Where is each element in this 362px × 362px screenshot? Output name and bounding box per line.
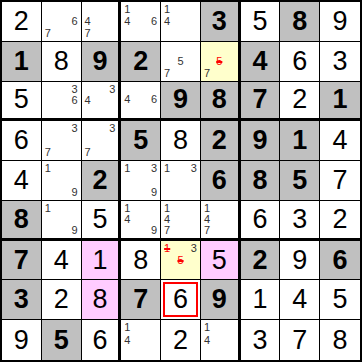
cell-r1c8[interactable]: 8: [280, 2, 320, 42]
pencil-marks: 14: [201, 320, 238, 360]
given-digit: 4: [253, 48, 268, 75]
cell-r5c7[interactable]: 8: [241, 161, 281, 201]
given-digit: 8: [14, 206, 29, 233]
cell-r2c5[interactable]: 57: [161, 42, 201, 82]
pencil-marks: 19: [42, 161, 81, 200]
cell-r9c3[interactable]: 6: [82, 320, 122, 360]
cell-r3c6[interactable]: 8: [201, 82, 241, 122]
pencil-marks: 13: [161, 161, 200, 200]
cell-r9c2[interactable]: 5: [42, 320, 82, 360]
given-digit: 1: [333, 86, 348, 113]
solved-digit: 4: [292, 286, 307, 313]
solved-digit: 2: [333, 206, 348, 233]
cell-r1c3[interactable]: 47: [82, 2, 122, 42]
solved-digit: 2: [292, 86, 307, 113]
pencil-mark: 3: [71, 123, 77, 134]
cell-r4c1[interactable]: 6: [2, 121, 42, 161]
solved-digit: 3: [253, 327, 268, 354]
given-digit: 9: [212, 286, 227, 313]
cell-r7c1[interactable]: 7: [2, 241, 42, 281]
cell-r9c5[interactable]: 2: [161, 320, 201, 360]
given-digit: 2: [253, 247, 268, 274]
cell-r8c8[interactable]: 4: [280, 280, 320, 320]
cell-r7c6[interactable]: 5: [201, 241, 241, 281]
pencil-marks: 139: [121, 161, 160, 200]
solved-digit: 2: [14, 8, 29, 35]
cell-r7c3[interactable]: 1: [82, 241, 122, 281]
pencil-mark: 4: [164, 16, 170, 27]
given-digit: 9: [173, 86, 188, 113]
solved-digit: 4: [54, 247, 69, 274]
pencil-mark: 4: [85, 95, 91, 106]
cell-r3c4[interactable]: 46: [121, 82, 161, 122]
given-digit: 3: [14, 286, 29, 313]
cell-r8c3[interactable]: 8: [82, 280, 122, 320]
pencil-mark: 3: [151, 163, 157, 174]
cell-r6c5[interactable]: 147: [161, 201, 201, 241]
pencil-marks: 19: [42, 201, 81, 238]
pencil-marks: 37: [82, 121, 119, 160]
cell-r7c5[interactable]: 135: [161, 241, 201, 281]
pencil-mark: 6: [71, 95, 77, 106]
cell-r9c1[interactable]: 9: [2, 320, 42, 360]
given-digit: 9: [253, 127, 268, 154]
solved-digit: 5: [333, 286, 348, 313]
given-digit: 7: [133, 286, 148, 313]
cell-r4c8[interactable]: 1: [280, 121, 320, 161]
given-digit: 7: [253, 86, 268, 113]
cell-r8c2[interactable]: 2: [42, 280, 82, 320]
pencil-mark: 4: [85, 16, 91, 27]
cell-r1c2[interactable]: 67: [42, 2, 82, 42]
pencil-marks: 47: [82, 2, 119, 41]
given-digit: 5: [133, 127, 148, 154]
sudoku-board: 2674714614358918925757463536344698721637…: [0, 0, 362, 362]
solved-digit: 4: [14, 167, 29, 194]
pencil-mark: 4: [124, 94, 130, 105]
pencil-mark: 7: [204, 225, 210, 236]
solved-digit: 6: [292, 48, 307, 75]
cell-r7c8[interactable]: 9: [280, 241, 320, 281]
cell-r9c9[interactable]: 8: [320, 320, 360, 360]
cell-r3c8[interactable]: 2: [280, 82, 320, 122]
pencil-mark: 7: [204, 68, 210, 79]
solved-digit: 8: [133, 247, 148, 274]
cell-r8c7[interactable]: 1: [241, 280, 281, 320]
cell-r8c6[interactable]: 9: [201, 280, 241, 320]
pencil-mark: 9: [71, 225, 77, 236]
solved-digit: 4: [333, 127, 348, 154]
pencil-marks: 46: [121, 82, 160, 119]
solved-digit: 2: [173, 327, 188, 354]
pencil-marks: 14: [121, 320, 160, 360]
cell-r9c8[interactable]: 7: [280, 320, 320, 360]
solved-digit: 6: [253, 206, 268, 233]
given-digit: 2: [92, 167, 107, 194]
pencil-mark: 6: [71, 16, 77, 27]
cell-r9c4[interactable]: 14: [121, 320, 161, 360]
cell-r1c4[interactable]: 146: [121, 2, 161, 42]
solved-digit: 6: [92, 327, 107, 354]
pencil-marks: 67: [42, 2, 81, 41]
pencil-mark: 6: [151, 16, 157, 27]
cell-r6c4[interactable]: 149: [121, 201, 161, 241]
pencil-marks: 149: [121, 201, 160, 238]
given-digit: 2: [212, 127, 227, 154]
cell-r3c9[interactable]: 1: [320, 82, 360, 122]
pencil-mark: 3: [191, 163, 197, 174]
cell-r4c7[interactable]: 9: [241, 121, 281, 161]
cell-r7c4[interactable]: 8: [121, 241, 161, 281]
given-digit: 3: [212, 8, 227, 35]
given-digit: 5: [292, 167, 307, 194]
solved-digit: 5: [92, 206, 107, 233]
cell-r2c4[interactable]: 2: [121, 42, 161, 82]
pencil-marks: 147: [161, 201, 200, 238]
cell-r9c7[interactable]: 3: [241, 320, 281, 360]
cell-r2c9[interactable]: 3: [320, 42, 360, 82]
cell-r6c2[interactable]: 19: [42, 201, 82, 241]
cell-r6c3[interactable]: 5: [82, 201, 122, 241]
pencil-mark: 4: [124, 335, 130, 346]
given-digit: 2: [133, 48, 148, 75]
pencil-mark: 7: [85, 147, 91, 158]
given-digit: 9: [92, 48, 107, 75]
pencil-mark: 7: [85, 28, 91, 39]
given-digit: 5: [54, 327, 69, 354]
solved-digit: 7: [333, 167, 348, 194]
cell-r7c9[interactable]: 6: [320, 241, 360, 281]
given-digit: 6: [333, 247, 348, 274]
cell-r5c1[interactable]: 4: [2, 161, 42, 201]
cell-r5c5[interactable]: 13: [161, 161, 201, 201]
cell-r6c9[interactable]: 2: [320, 201, 360, 241]
cell-r3c1[interactable]: 5: [2, 82, 42, 122]
cell-r2c2[interactable]: 8: [42, 42, 82, 82]
solved-digit: 5: [212, 247, 227, 274]
cell-r3c2[interactable]: 36: [42, 82, 82, 122]
cell-r3c3[interactable]: 34: [82, 82, 122, 122]
cell-r2c8[interactable]: 6: [280, 42, 320, 82]
cell-r5c6[interactable]: 6: [201, 161, 241, 201]
solved-digit: 1: [92, 247, 107, 274]
given-digit: 1: [292, 127, 307, 154]
pencil-mark: 7: [164, 68, 170, 79]
pencil-marks: 37: [42, 121, 81, 160]
pencil-mark: 1: [164, 4, 170, 15]
cell-r7c2[interactable]: 4: [42, 241, 82, 281]
given-digit: 1: [14, 48, 29, 75]
solved-digit: 9: [14, 327, 29, 354]
cell-r8c4[interactable]: 7: [121, 280, 161, 320]
cell-r5c9[interactable]: 7: [320, 161, 360, 201]
pencil-mark: 7: [45, 147, 51, 158]
solved-digit: 8: [333, 327, 348, 354]
given-digit: 8: [253, 167, 268, 194]
solved-digit: 8: [173, 127, 188, 154]
cell-r5c4[interactable]: 139: [121, 161, 161, 201]
cell-r3c7[interactable]: 7: [241, 82, 281, 122]
solved-digit: 3: [292, 206, 307, 233]
cell-r5c2[interactable]: 19: [42, 161, 82, 201]
cell-r1c1[interactable]: 2: [2, 2, 42, 42]
pencil-mark: 5: [177, 56, 183, 67]
cell-r4c6[interactable]: 2: [201, 121, 241, 161]
pencil-marks: 147: [201, 201, 238, 238]
cell-r7c7[interactable]: 2: [241, 241, 281, 281]
pencil-mark: 4: [204, 335, 210, 346]
pencil-mark: 3: [71, 84, 77, 95]
given-digit: 8: [212, 86, 227, 113]
given-digit: 8: [292, 8, 307, 35]
cell-r8c5[interactable]: 6: [161, 280, 201, 320]
pencil-mark-struck: 1: [164, 243, 170, 254]
pencil-mark: 1: [124, 4, 130, 15]
pencil-marks: 34: [82, 82, 119, 119]
given-digit: 7: [14, 247, 29, 274]
pencil-mark: 1: [204, 322, 210, 333]
pencil-mark: 1: [45, 163, 51, 174]
solved-digit: 7: [292, 327, 307, 354]
pencil-mark: 3: [191, 243, 197, 254]
cell-r3c5[interactable]: 9: [161, 82, 201, 122]
pencil-marks: 57: [201, 42, 238, 81]
cell-r6c7[interactable]: 6: [241, 201, 281, 241]
pencil-mark: 4: [124, 214, 130, 225]
pencil-marks: 36: [42, 82, 81, 119]
pencil-marks: 57: [161, 42, 200, 81]
cell-r6c6[interactable]: 147: [201, 201, 241, 241]
pencil-mark: 7: [164, 225, 170, 236]
cell-r2c7[interactable]: 4: [241, 42, 281, 82]
pencil-mark: 7: [45, 28, 51, 39]
pencil-mark: 3: [109, 84, 115, 95]
solved-digit: 6: [14, 127, 29, 154]
pencil-marks: 135: [161, 241, 200, 280]
cell-r2c3[interactable]: 9: [82, 42, 122, 82]
pencil-marks: 146: [121, 2, 160, 41]
cell-r2c1[interactable]: 1: [2, 42, 42, 82]
cell-r8c9[interactable]: 5: [320, 280, 360, 320]
pencil-mark: 9: [71, 187, 77, 198]
cell-r4c9[interactable]: 4: [320, 121, 360, 161]
pencil-mark: 1: [124, 163, 130, 174]
pencil-mark-struck: 5: [177, 255, 183, 266]
cell-r1c7[interactable]: 5: [241, 2, 281, 42]
pencil-mark: 6: [151, 94, 157, 105]
solved-digit: 3: [333, 48, 348, 75]
cell-r4c2[interactable]: 37: [42, 121, 82, 161]
cell-r6c1[interactable]: 8: [2, 201, 42, 241]
cell-r9c6[interactable]: 14: [201, 320, 241, 360]
cell-r4c4[interactable]: 5: [121, 121, 161, 161]
pencil-mark: 1: [45, 203, 51, 214]
cell-r8c1[interactable]: 3: [2, 280, 42, 320]
solved-digit: 1: [253, 286, 268, 313]
cell-r2c6[interactable]: 57: [201, 42, 241, 82]
solved-digit: 6: [173, 286, 188, 313]
solved-digit: 5: [253, 8, 268, 35]
solved-digit: 2: [54, 286, 69, 313]
solved-digit: 9: [292, 247, 307, 274]
solved-digit: 5: [14, 86, 29, 113]
cell-r5c3[interactable]: 2: [82, 161, 122, 201]
cell-r4c3[interactable]: 37: [82, 121, 122, 161]
pencil-mark: 1: [124, 322, 130, 333]
cell-r1c9[interactable]: 9: [320, 2, 360, 42]
pencil-mark: 3: [109, 123, 115, 134]
solved-digit: 8: [54, 48, 69, 75]
cell-r1c6[interactable]: 3: [201, 2, 241, 42]
solved-digit: 9: [333, 8, 348, 35]
pencil-mark: 9: [151, 225, 157, 236]
solved-digit: 8: [92, 286, 107, 313]
cell-r6c8[interactable]: 3: [280, 201, 320, 241]
cell-r5c8[interactable]: 5: [280, 161, 320, 201]
cell-r1c5[interactable]: 14: [161, 2, 201, 42]
pencil-mark: 4: [124, 16, 130, 27]
cell-r4c5[interactable]: 8: [161, 121, 201, 161]
pencil-mark: 1: [164, 163, 170, 174]
pencil-marks: 14: [161, 2, 200, 41]
given-digit: 6: [212, 167, 227, 194]
pencil-mark: 9: [151, 187, 157, 198]
pencil-mark-struck: 5: [216, 56, 222, 67]
